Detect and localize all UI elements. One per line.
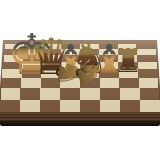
square-h1[interactable] — [140, 100, 160, 112]
pieces-layer: ♚♛♝♞♝♜♞♞ — [0, 0, 160, 160]
square-b2[interactable] — [20, 88, 40, 100]
square-a2[interactable] — [1, 88, 21, 100]
square-g2[interactable] — [120, 88, 140, 100]
square-a1[interactable] — [0, 100, 20, 112]
square-e1[interactable] — [80, 100, 100, 112]
board-base-edge — [0, 121, 160, 126]
square-c2[interactable] — [40, 88, 60, 100]
board-front-frame — [0, 112, 160, 121]
board-row-rank-1 — [0, 100, 160, 112]
piece-black-rook-g5[interactable]: ♜ — [113, 44, 143, 77]
square-f2[interactable] — [100, 88, 120, 100]
square-f1[interactable] — [100, 100, 120, 112]
square-c1[interactable] — [40, 100, 60, 112]
square-b1[interactable] — [20, 100, 40, 112]
product-photo-canvas: ♚♛♝♞♝♜♞♞ — [0, 0, 160, 160]
square-d1[interactable] — [60, 100, 80, 112]
square-g1[interactable] — [120, 100, 140, 112]
square-h2[interactable] — [140, 88, 160, 100]
